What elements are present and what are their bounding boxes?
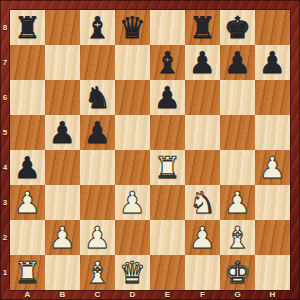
square-c6[interactable]: ♞ [80,80,115,115]
piece-black-pawn[interactable]: ♟ [185,45,220,80]
square-h7[interactable]: ♟ [255,45,290,80]
rank-label-2: 2 [0,220,10,255]
piece-black-pawn[interactable]: ♟ [150,80,185,115]
file-label-d: D [115,290,150,300]
square-f8[interactable]: ♜ [185,10,220,45]
piece-white-queen[interactable]: ♛ [115,255,150,290]
square-b2[interactable]: ♟ [45,220,80,255]
square-b3[interactable] [45,185,80,220]
square-h1[interactable] [255,255,290,290]
square-b5[interactable]: ♟ [45,115,80,150]
rank-label-4: 4 [0,150,10,185]
file-label-c: C [80,290,115,300]
piece-white-bishop[interactable]: ♝ [80,255,115,290]
file-label-g: G [220,290,255,300]
square-e7[interactable]: ♝ [150,45,185,80]
square-f6[interactable] [185,80,220,115]
square-b6[interactable] [45,80,80,115]
square-f3[interactable]: ♞ [185,185,220,220]
square-g2[interactable]: ♝ [220,220,255,255]
piece-black-bishop[interactable]: ♝ [150,45,185,80]
square-f1[interactable] [185,255,220,290]
piece-black-rook[interactable]: ♜ [10,10,45,45]
file-labels: ABCDEFGH [10,290,290,300]
piece-white-knight[interactable]: ♞ [185,185,220,220]
square-b4[interactable] [45,150,80,185]
square-d3[interactable]: ♟ [115,185,150,220]
piece-black-queen[interactable]: ♛ [115,10,150,45]
chess-board-frame: 87654321 ♜♝♛♜♚♝♟♟♟♞♟♟♟♟♜♟♟♟♞♟♟♟♟♝♜♝♛♚ AB… [0,0,300,300]
square-b8[interactable] [45,10,80,45]
square-b1[interactable] [45,255,80,290]
square-d6[interactable] [115,80,150,115]
square-c7[interactable] [80,45,115,80]
square-f7[interactable]: ♟ [185,45,220,80]
square-h8[interactable] [255,10,290,45]
square-g5[interactable] [220,115,255,150]
piece-white-pawn[interactable]: ♟ [220,185,255,220]
square-c4[interactable] [80,150,115,185]
file-label-e: E [150,290,185,300]
square-c1[interactable]: ♝ [80,255,115,290]
piece-black-pawn[interactable]: ♟ [80,115,115,150]
square-a2[interactable] [10,220,45,255]
piece-black-king[interactable]: ♚ [220,10,255,45]
piece-white-pawn[interactable]: ♟ [185,220,220,255]
square-c3[interactable] [80,185,115,220]
piece-black-pawn[interactable]: ♟ [220,45,255,80]
square-h6[interactable] [255,80,290,115]
square-g7[interactable]: ♟ [220,45,255,80]
square-a7[interactable] [10,45,45,80]
square-a6[interactable] [10,80,45,115]
piece-black-pawn[interactable]: ♟ [45,115,80,150]
square-b7[interactable] [45,45,80,80]
square-a5[interactable] [10,115,45,150]
piece-white-bishop[interactable]: ♝ [220,220,255,255]
square-h4[interactable]: ♟ [255,150,290,185]
square-g1[interactable]: ♚ [220,255,255,290]
file-label-h: H [255,290,290,300]
chess-board: ♜♝♛♜♚♝♟♟♟♞♟♟♟♟♜♟♟♟♞♟♟♟♟♝♜♝♛♚ [10,10,290,290]
square-g6[interactable] [220,80,255,115]
square-a8[interactable]: ♜ [10,10,45,45]
rank-label-5: 5 [0,115,10,150]
square-g4[interactable] [220,150,255,185]
square-c5[interactable]: ♟ [80,115,115,150]
square-d4[interactable] [115,150,150,185]
square-d5[interactable] [115,115,150,150]
file-label-a: A [10,290,45,300]
square-e4[interactable]: ♜ [150,150,185,185]
piece-black-pawn[interactable]: ♟ [255,45,290,80]
square-d2[interactable] [115,220,150,255]
piece-white-pawn[interactable]: ♟ [45,220,80,255]
piece-black-knight[interactable]: ♞ [80,80,115,115]
piece-black-pawn[interactable]: ♟ [10,150,45,185]
file-label-b: B [45,290,80,300]
square-h5[interactable] [255,115,290,150]
square-e3[interactable] [150,185,185,220]
square-d8[interactable]: ♛ [115,10,150,45]
piece-white-king[interactable]: ♚ [220,255,255,290]
square-c8[interactable]: ♝ [80,10,115,45]
square-f5[interactable] [185,115,220,150]
square-e2[interactable] [150,220,185,255]
square-a4[interactable]: ♟ [10,150,45,185]
square-f4[interactable] [185,150,220,185]
square-d1[interactable]: ♛ [115,255,150,290]
rank-label-1: 1 [0,255,10,290]
square-h2[interactable] [255,220,290,255]
piece-white-pawn[interactable]: ♟ [115,185,150,220]
square-e8[interactable] [150,10,185,45]
square-c2[interactable]: ♟ [80,220,115,255]
square-g8[interactable]: ♚ [220,10,255,45]
rank-label-3: 3 [0,185,10,220]
piece-black-rook[interactable]: ♜ [185,10,220,45]
square-e5[interactable] [150,115,185,150]
rank-label-8: 8 [0,10,10,45]
square-a1[interactable]: ♜ [10,255,45,290]
rank-label-7: 7 [0,45,10,80]
piece-white-pawn[interactable]: ♟ [80,220,115,255]
file-label-f: F [185,290,220,300]
rank-label-6: 6 [0,80,10,115]
piece-black-bishop[interactable]: ♝ [80,10,115,45]
piece-white-rook[interactable]: ♜ [10,255,45,290]
square-g3[interactable]: ♟ [220,185,255,220]
square-a3[interactable]: ♟ [10,185,45,220]
piece-white-rook[interactable]: ♜ [150,150,185,185]
rank-labels: 87654321 [0,10,10,290]
square-h3[interactable] [255,185,290,220]
square-f2[interactable]: ♟ [185,220,220,255]
piece-white-pawn[interactable]: ♟ [10,185,45,220]
square-e1[interactable] [150,255,185,290]
square-d7[interactable] [115,45,150,80]
square-e6[interactable]: ♟ [150,80,185,115]
piece-white-pawn[interactable]: ♟ [255,150,290,185]
